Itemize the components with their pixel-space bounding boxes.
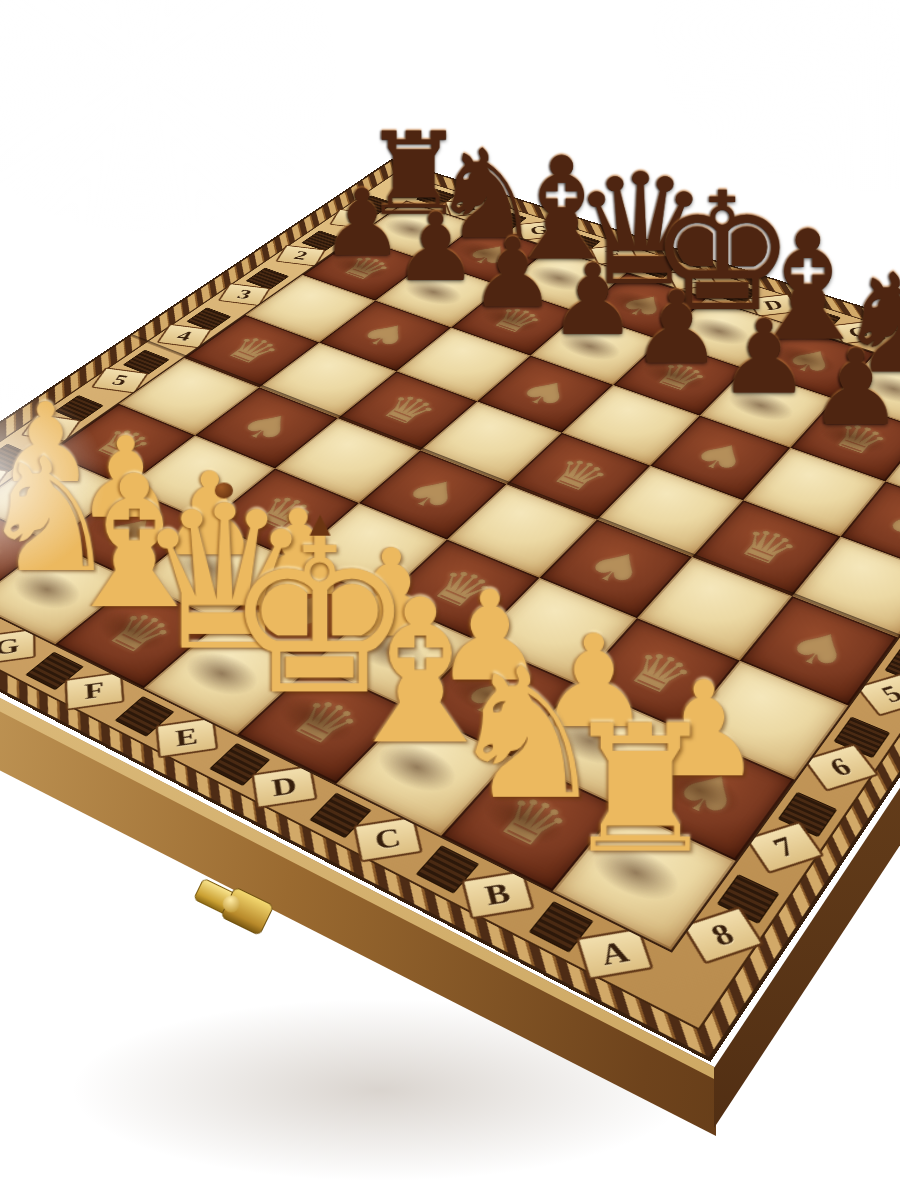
brown-cone-finial: [309, 514, 330, 535]
brass-clasp: [188, 870, 276, 943]
chess-board: HGFEDCBA HGFEDCBA 12345678 12345678 ♠♠♠♠…: [0, 159, 900, 1062]
rook-glyph: ♜: [561, 702, 719, 878]
photo-stage: HGFEDCBA HGFEDCBA 12345678 12345678 ♠♠♠♠…: [0, 0, 900, 1200]
